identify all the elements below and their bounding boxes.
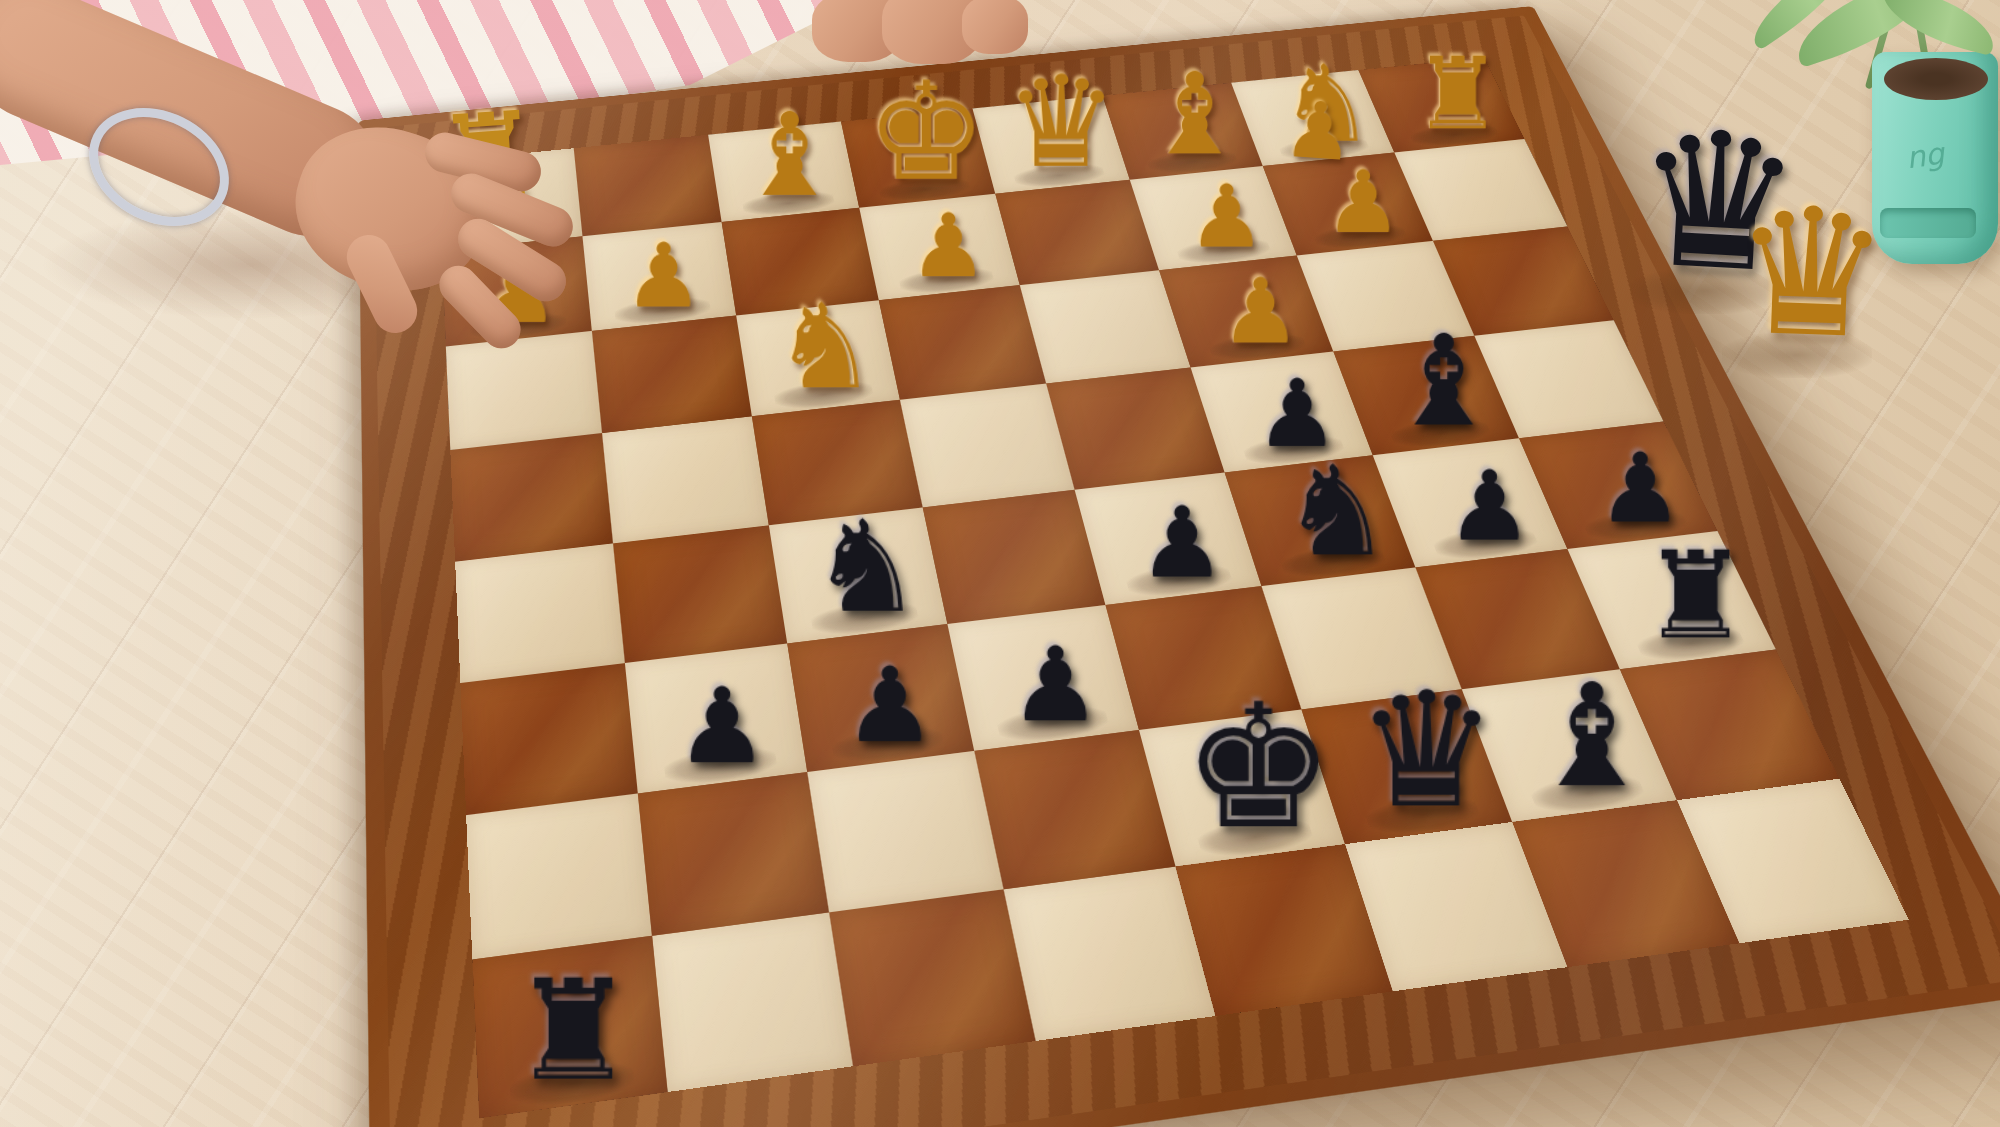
square-f5[interactable]: ♞	[769, 507, 948, 643]
piece-black-pawn-b5[interactable]: ♟	[1446, 461, 1533, 553]
square-g4[interactable]	[602, 416, 769, 543]
square-f3[interactable]: ♞	[736, 300, 900, 416]
piece-black-knight-c5[interactable]: ♞	[1281, 453, 1392, 571]
square-h2[interactable]: ♟	[442, 236, 592, 346]
piece-white-pawn-h2[interactable]: ♟	[479, 249, 559, 334]
piece-black-queen-c7[interactable]: ♛	[1355, 675, 1498, 826]
square-e6[interactable]: ♟	[947, 605, 1139, 751]
square-a6[interactable]: ♜	[1567, 531, 1775, 669]
square-h4[interactable]	[450, 433, 613, 562]
second-hand	[812, 0, 1032, 76]
square-f1[interactable]: ♝	[708, 122, 859, 222]
piece-black-rook-a6[interactable]: ♜	[1642, 539, 1750, 653]
spare-white-queen[interactable]: ♛	[1729, 183, 1893, 364]
square-g1[interactable]	[574, 135, 722, 236]
pot-logo: ng	[1904, 136, 1947, 176]
piece-white-king-e1[interactable]: ♚	[866, 68, 987, 197]
square-f7[interactable]	[807, 751, 1003, 912]
piece-black-knight-f5[interactable]: ♞	[810, 508, 924, 628]
square-g2[interactable]: ♟	[582, 222, 736, 331]
square-c1[interactable]: ♝	[1102, 83, 1262, 180]
square-e3[interactable]	[879, 285, 1046, 400]
piece-black-pawn-f6[interactable]: ♟	[843, 657, 936, 755]
square-h6[interactable]	[460, 663, 637, 815]
square-f6[interactable]: ♟	[787, 624, 974, 772]
square-a8[interactable]	[1677, 779, 1909, 944]
square-d7[interactable]: ♚	[1139, 710, 1345, 867]
square-h8[interactable]: ♜	[472, 936, 667, 1118]
square-e5[interactable]	[923, 490, 1106, 624]
piece-black-pawn-d5[interactable]: ♟	[1138, 497, 1226, 590]
piece-black-pawn-g6[interactable]: ♟	[675, 677, 769, 776]
piece-black-pawn-a5[interactable]: ♟	[1597, 443, 1683, 534]
square-g7[interactable]	[638, 772, 829, 936]
piece-white-knight-f3[interactable]: ♞	[773, 292, 878, 403]
piece-white-rook-a1[interactable]: ♜	[1413, 48, 1502, 142]
square-g5[interactable]	[613, 525, 787, 663]
square-g6[interactable]: ♟	[625, 643, 807, 793]
knuckle	[962, 0, 1028, 54]
square-e4[interactable]	[900, 384, 1075, 508]
square-h5[interactable]	[455, 543, 625, 683]
piece-white-bishop-c1[interactable]: ♝	[1144, 62, 1245, 169]
square-e1[interactable]: ♚	[841, 109, 995, 208]
piece-black-rook-h8[interactable]: ♜	[511, 966, 635, 1097]
piece-black-bishop-b4[interactable]: ♝	[1388, 323, 1501, 442]
piece-white-pawn-c3[interactable]: ♟	[1220, 269, 1301, 354]
square-h3[interactable]	[446, 331, 602, 450]
piece-black-bishop-b7[interactable]: ♝	[1529, 670, 1657, 805]
square-e2[interactable]: ♟	[859, 194, 1020, 301]
square-g3[interactable]	[592, 315, 752, 433]
plant-soil	[1884, 58, 1988, 100]
piece-white-bishop-f1[interactable]: ♝	[738, 102, 841, 211]
square-f8[interactable]	[829, 889, 1036, 1066]
piece-black-king-d7[interactable]: ♚	[1182, 686, 1335, 848]
piece-white-pawn-g2[interactable]: ♟	[624, 234, 704, 318]
piece-white-pawn-c2[interactable]: ♟	[1188, 176, 1266, 258]
captured-pawn-on-frame[interactable]: ♟	[1281, 90, 1356, 173]
square-d1[interactable]: ♛	[972, 96, 1129, 194]
piece-white-queen-d1[interactable]: ♛	[1005, 63, 1118, 183]
square-h7[interactable]	[466, 793, 652, 959]
square-d8[interactable]	[1176, 844, 1393, 1016]
piece-black-pawn-e6[interactable]: ♟	[1009, 637, 1101, 735]
square-h1[interactable]	[438, 148, 583, 251]
square-d4[interactable]	[1046, 367, 1224, 489]
photo-scene: ♝♚♛♝♞♜♟♟♟♟♟♞♟♟♝♞♟♞♟♟♟♟♟♜♚♛♝♜ ♟ ♛ ♛ ng ♜	[0, 0, 2000, 1127]
piece-white-pawn-e2[interactable]: ♟	[909, 205, 988, 288]
square-g8[interactable]	[652, 912, 853, 1092]
